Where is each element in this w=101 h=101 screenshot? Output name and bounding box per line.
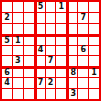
cell-r7c2[interactable] — [13, 67, 23, 77]
cell-r9c9[interactable] — [89, 89, 99, 99]
cell-r8c1[interactable]: 4 — [2, 78, 12, 88]
cell-r8c8[interactable] — [78, 78, 88, 88]
cell-r8c4[interactable]: 7 — [35, 78, 45, 88]
cell-r3c9[interactable] — [89, 24, 99, 34]
cell-r2c7[interactable] — [67, 13, 77, 23]
cell-r4c6[interactable] — [56, 35, 66, 45]
cell-r3c6[interactable] — [56, 24, 66, 34]
cell-r4c4[interactable] — [35, 35, 45, 45]
cell-r9c6[interactable] — [56, 89, 66, 99]
cell-r7c1[interactable]: 6 — [2, 67, 12, 77]
cell-r2c1[interactable]: 2 — [2, 13, 12, 23]
cell-r2c2[interactable] — [13, 13, 23, 23]
cell-r6c4[interactable] — [35, 56, 45, 66]
cell-r4c3[interactable] — [24, 35, 34, 45]
cell-r4c5[interactable] — [46, 35, 56, 45]
cell-r2c9[interactable] — [89, 13, 99, 23]
cell-r2c4[interactable] — [35, 13, 45, 23]
cell-r6c8[interactable] — [78, 56, 88, 66]
cell-r6c7[interactable] — [67, 56, 77, 66]
cell-r2c8[interactable]: 7 — [78, 13, 88, 23]
cell-r6c1[interactable] — [2, 56, 12, 66]
cell-r6c9[interactable] — [89, 56, 99, 66]
cell-r4c2[interactable]: 1 — [13, 35, 23, 45]
cell-r5c7[interactable] — [67, 46, 77, 56]
cell-r8c5[interactable]: 2 — [46, 78, 56, 88]
cell-r7c5[interactable] — [46, 67, 56, 77]
cell-r5c3[interactable] — [24, 46, 34, 56]
cell-r3c4[interactable] — [35, 24, 45, 34]
cell-r3c7[interactable] — [67, 24, 77, 34]
cell-r8c7[interactable] — [67, 78, 77, 88]
cell-r1c5[interactable] — [46, 2, 56, 12]
cell-r3c1[interactable] — [2, 24, 12, 34]
cell-r5c2[interactable] — [13, 46, 23, 56]
cell-r9c2[interactable] — [13, 89, 23, 99]
cell-r7c3[interactable] — [24, 67, 34, 77]
cell-r7c6[interactable] — [56, 67, 66, 77]
cell-r5c1[interactable] — [2, 46, 12, 56]
cell-r3c5[interactable] — [46, 24, 56, 34]
cell-r6c3[interactable] — [24, 56, 34, 66]
sudoku-board: 51275146376814723 — [0, 0, 101, 101]
cell-r8c6[interactable] — [56, 78, 66, 88]
cell-r9c1[interactable] — [2, 89, 12, 99]
cell-r9c8[interactable] — [78, 89, 88, 99]
cell-r4c1[interactable]: 5 — [2, 35, 12, 45]
cell-r1c2[interactable] — [13, 2, 23, 12]
cell-r1c4[interactable]: 5 — [35, 2, 45, 12]
cell-r1c3[interactable] — [24, 2, 34, 12]
cell-r6c6[interactable] — [56, 56, 66, 66]
cell-r5c6[interactable] — [56, 46, 66, 56]
cell-r7c9[interactable]: 1 — [89, 67, 99, 77]
cell-r1c7[interactable] — [67, 2, 77, 12]
cell-r7c7[interactable]: 8 — [67, 67, 77, 77]
cell-r1c8[interactable] — [78, 2, 88, 12]
cell-r5c4[interactable]: 4 — [35, 46, 45, 56]
cell-r4c8[interactable] — [78, 35, 88, 45]
cell-r9c3[interactable] — [24, 89, 34, 99]
cell-r7c4[interactable] — [35, 67, 45, 77]
cell-r8c3[interactable] — [24, 78, 34, 88]
cell-r2c5[interactable] — [46, 13, 56, 23]
cell-r5c9[interactable] — [89, 46, 99, 56]
cell-r5c8[interactable]: 6 — [78, 46, 88, 56]
cell-r2c6[interactable] — [56, 13, 66, 23]
cell-r5c5[interactable] — [46, 46, 56, 56]
cell-r1c1[interactable] — [2, 2, 12, 12]
cell-r6c5[interactable]: 7 — [46, 56, 56, 66]
cell-r8c2[interactable] — [13, 78, 23, 88]
cell-r8c9[interactable] — [89, 78, 99, 88]
cell-r9c7[interactable]: 3 — [67, 89, 77, 99]
cell-r3c8[interactable] — [78, 24, 88, 34]
cell-r1c6[interactable]: 1 — [56, 2, 66, 12]
cell-r1c9[interactable] — [89, 2, 99, 12]
cell-r9c4[interactable] — [35, 89, 45, 99]
cell-r3c2[interactable] — [13, 24, 23, 34]
cell-r2c3[interactable] — [24, 13, 34, 23]
cell-r7c8[interactable] — [78, 67, 88, 77]
cell-r6c2[interactable]: 3 — [13, 56, 23, 66]
cell-r4c7[interactable] — [67, 35, 77, 45]
cell-r4c9[interactable] — [89, 35, 99, 45]
cell-r9c5[interactable] — [46, 89, 56, 99]
cell-r3c3[interactable] — [24, 24, 34, 34]
